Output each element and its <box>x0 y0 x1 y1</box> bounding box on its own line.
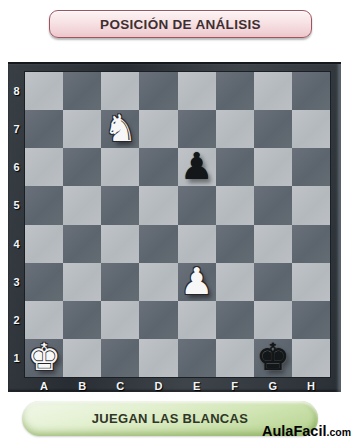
square-c2 <box>101 301 139 339</box>
square-b6 <box>63 148 101 186</box>
square-e3: ♟ <box>178 263 216 301</box>
square-h1 <box>292 339 330 377</box>
square-h3 <box>292 263 330 301</box>
square-h2 <box>292 301 330 339</box>
square-c6 <box>101 148 139 186</box>
square-e4 <box>178 225 216 263</box>
square-c8 <box>101 72 139 110</box>
file-label-e: E <box>178 377 216 394</box>
rank-label-6: 6 <box>8 148 25 186</box>
page: POSICIÓN DE ANÁLISIS 87654321 ♞♟♟♚♚ ABCD… <box>0 0 354 446</box>
file-labels: ABCDEFGH <box>25 377 330 394</box>
square-a5 <box>25 186 63 224</box>
rank-label-3: 3 <box>8 263 25 301</box>
square-h8 <box>292 72 330 110</box>
square-h7 <box>292 110 330 148</box>
analysis-position-label: POSICIÓN DE ANÁLISIS <box>100 17 261 32</box>
square-b2 <box>63 301 101 339</box>
white-knight-c7: ♞ <box>104 110 137 148</box>
square-g4 <box>254 225 292 263</box>
square-a1: ♚ <box>25 339 63 377</box>
square-b1 <box>63 339 101 377</box>
watermark-suffix: .com <box>326 426 351 438</box>
square-h4 <box>292 225 330 263</box>
square-e2 <box>178 301 216 339</box>
white-pawn-e3: ♟ <box>180 263 213 301</box>
square-f5 <box>216 186 254 224</box>
square-a7 <box>25 110 63 148</box>
file-label-f: F <box>216 377 254 394</box>
square-f1 <box>216 339 254 377</box>
square-d6 <box>139 148 177 186</box>
watermark-main: AulaFacil <box>262 423 326 439</box>
square-c5 <box>101 186 139 224</box>
square-d5 <box>139 186 177 224</box>
square-a2 <box>25 301 63 339</box>
square-d2 <box>139 301 177 339</box>
square-e6: ♟ <box>178 148 216 186</box>
board-frame: 87654321 ♞♟♟♚♚ ABCDEFGH <box>8 62 341 392</box>
square-d1 <box>139 339 177 377</box>
square-f6 <box>216 148 254 186</box>
square-c3 <box>101 263 139 301</box>
square-b4 <box>63 225 101 263</box>
rank-label-4: 4 <box>8 225 25 263</box>
square-d7 <box>139 110 177 148</box>
chess-board: ♞♟♟♚♚ <box>25 72 330 377</box>
file-label-a: A <box>25 377 63 394</box>
square-h6 <box>292 148 330 186</box>
rank-label-2: 2 <box>8 301 25 339</box>
square-a8 <box>25 72 63 110</box>
square-f7 <box>216 110 254 148</box>
file-label-c: C <box>101 377 139 394</box>
file-label-b: B <box>63 377 101 394</box>
square-d4 <box>139 225 177 263</box>
rank-label-7: 7 <box>8 110 25 148</box>
square-d3 <box>139 263 177 301</box>
square-f4 <box>216 225 254 263</box>
aulafacil-watermark: AulaFacil.com <box>262 423 351 439</box>
rank-label-8: 8 <box>8 72 25 110</box>
file-label-g: G <box>254 377 292 394</box>
square-e5 <box>178 186 216 224</box>
square-g2 <box>254 301 292 339</box>
square-g7 <box>254 110 292 148</box>
square-f2 <box>216 301 254 339</box>
square-e7 <box>178 110 216 148</box>
square-e1 <box>178 339 216 377</box>
square-b8 <box>63 72 101 110</box>
square-b3 <box>63 263 101 301</box>
square-g6 <box>254 148 292 186</box>
square-g1: ♚ <box>254 339 292 377</box>
file-label-h: H <box>292 377 330 394</box>
square-c7: ♞ <box>101 110 139 148</box>
black-king-g1: ♚ <box>256 339 289 377</box>
square-c4 <box>101 225 139 263</box>
square-c1 <box>101 339 139 377</box>
square-f3 <box>216 263 254 301</box>
square-d8 <box>139 72 177 110</box>
white-to-move-label: JUEGAN LAS BLANCAS <box>92 411 248 426</box>
square-g8 <box>254 72 292 110</box>
square-e8 <box>178 72 216 110</box>
rank-label-1: 1 <box>8 339 25 377</box>
rank-labels: 87654321 <box>8 72 25 377</box>
file-label-d: D <box>139 377 177 394</box>
white-king-a1: ♚ <box>27 339 60 377</box>
square-b7 <box>63 110 101 148</box>
square-f8 <box>216 72 254 110</box>
square-g5 <box>254 186 292 224</box>
analysis-position-banner: POSICIÓN DE ANÁLISIS <box>49 10 312 38</box>
square-a4 <box>25 225 63 263</box>
square-a6 <box>25 148 63 186</box>
square-h5 <box>292 186 330 224</box>
black-pawn-e6: ♟ <box>180 148 213 186</box>
square-g3 <box>254 263 292 301</box>
square-b5 <box>63 186 101 224</box>
square-a3 <box>25 263 63 301</box>
rank-label-5: 5 <box>8 186 25 224</box>
